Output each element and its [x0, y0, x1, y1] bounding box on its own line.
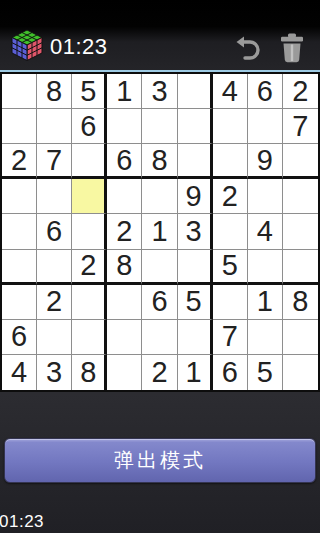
cell-r3c2[interactable]: 7 [37, 144, 72, 179]
cell-r1c7[interactable]: 4 [213, 74, 248, 109]
cell-r3c6[interactable] [178, 144, 213, 179]
cell-r1c5[interactable]: 3 [142, 74, 177, 109]
undo-icon [234, 49, 262, 64]
cell-r2c4[interactable] [107, 109, 142, 144]
cell-r3c7[interactable] [213, 144, 248, 179]
cell-r6c4[interactable]: 8 [107, 250, 142, 285]
cell-r7c7[interactable] [213, 285, 248, 320]
cell-r8c8[interactable] [248, 320, 283, 355]
undo-button[interactable] [233, 33, 263, 63]
action-bar: 01:23 [0, 0, 320, 70]
cell-r6c6[interactable] [178, 250, 213, 285]
cell-r5c8[interactable]: 4 [248, 214, 283, 249]
cell-r4c4[interactable] [107, 179, 142, 214]
cell-r3c1[interactable]: 2 [2, 144, 37, 179]
trash-icon [279, 51, 305, 66]
status-bar-timer: 01:23 [0, 512, 44, 532]
cell-r8c9[interactable] [283, 320, 318, 355]
rubiks-cube-app-icon [9, 27, 45, 63]
cell-r8c7[interactable]: 7 [213, 320, 248, 355]
cell-r6c3[interactable]: 2 [72, 250, 107, 285]
cell-r5c4[interactable]: 2 [107, 214, 142, 249]
cell-r2c9[interactable]: 7 [283, 109, 318, 144]
cell-r9c3[interactable]: 8 [72, 355, 107, 390]
popup-mode-button[interactable]: 弹出模式 [4, 438, 316, 483]
cell-r9c7[interactable]: 6 [213, 355, 248, 390]
cell-r9c9[interactable] [283, 355, 318, 390]
cell-r5c6[interactable]: 3 [178, 214, 213, 249]
cell-r4c5[interactable] [142, 179, 177, 214]
cell-r8c2[interactable] [37, 320, 72, 355]
cell-r4c3[interactable] [72, 179, 107, 214]
sudoku-app-screen: 01:23 85134626727689926213428526 [0, 0, 320, 533]
cell-r9c2[interactable]: 3 [37, 355, 72, 390]
cell-r3c4[interactable]: 6 [107, 144, 142, 179]
cell-r3c3[interactable] [72, 144, 107, 179]
cell-r6c8[interactable] [248, 250, 283, 285]
cell-r5c7[interactable] [213, 214, 248, 249]
cell-r8c6[interactable] [178, 320, 213, 355]
cell-r1c9[interactable]: 2 [283, 74, 318, 109]
cell-r2c1[interactable] [2, 109, 37, 144]
cell-r2c6[interactable] [178, 109, 213, 144]
cell-r3c5[interactable]: 8 [142, 144, 177, 179]
cell-r7c4[interactable] [107, 285, 142, 320]
cell-r1c4[interactable]: 1 [107, 74, 142, 109]
cell-r1c1[interactable] [2, 74, 37, 109]
cell-r2c2[interactable] [37, 109, 72, 144]
cell-r1c2[interactable]: 8 [37, 74, 72, 109]
cell-r5c3[interactable] [72, 214, 107, 249]
delete-button[interactable] [277, 33, 307, 63]
cell-r8c1[interactable]: 6 [2, 320, 37, 355]
cell-r7c9[interactable]: 8 [283, 285, 318, 320]
cell-r6c2[interactable] [37, 250, 72, 285]
cell-r7c2[interactable]: 2 [37, 285, 72, 320]
cell-r2c3[interactable]: 6 [72, 109, 107, 144]
cell-r9c8[interactable]: 5 [248, 355, 283, 390]
cell-r1c8[interactable]: 6 [248, 74, 283, 109]
cell-r5c5[interactable]: 1 [142, 214, 177, 249]
cell-r5c1[interactable] [2, 214, 37, 249]
cell-r4c2[interactable] [37, 179, 72, 214]
cell-r4c6[interactable]: 9 [178, 179, 213, 214]
cell-r6c7[interactable]: 5 [213, 250, 248, 285]
cell-r2c7[interactable] [213, 109, 248, 144]
cell-r4c7[interactable]: 2 [213, 179, 248, 214]
cell-r8c3[interactable] [72, 320, 107, 355]
cell-r8c5[interactable] [142, 320, 177, 355]
cell-r4c1[interactable] [2, 179, 37, 214]
cell-r7c8[interactable]: 1 [248, 285, 283, 320]
cell-r7c1[interactable] [2, 285, 37, 320]
cell-r6c1[interactable] [2, 250, 37, 285]
cell-r9c6[interactable]: 1 [178, 355, 213, 390]
cell-r2c5[interactable] [142, 109, 177, 144]
sudoku-board: 85134626727689926213428526518674382165 [0, 72, 320, 392]
cell-r5c9[interactable] [283, 214, 318, 249]
cell-r7c5[interactable]: 6 [142, 285, 177, 320]
game-timer: 01:23 [50, 34, 108, 60]
cell-r7c6[interactable]: 5 [178, 285, 213, 320]
cell-r1c6[interactable] [178, 74, 213, 109]
cell-r9c4[interactable] [107, 355, 142, 390]
cell-r4c8[interactable] [248, 179, 283, 214]
cell-r3c9[interactable] [283, 144, 318, 179]
cell-r1c3[interactable]: 5 [72, 74, 107, 109]
cell-r8c4[interactable] [107, 320, 142, 355]
cell-r9c5[interactable]: 2 [142, 355, 177, 390]
cell-r3c8[interactable]: 9 [248, 144, 283, 179]
cell-r4c9[interactable] [283, 179, 318, 214]
cell-r9c1[interactable]: 4 [2, 355, 37, 390]
cell-r7c3[interactable] [72, 285, 107, 320]
cell-r6c9[interactable] [283, 250, 318, 285]
cell-r6c5[interactable] [142, 250, 177, 285]
cell-r2c8[interactable] [248, 109, 283, 144]
cell-r5c2[interactable]: 6 [37, 214, 72, 249]
